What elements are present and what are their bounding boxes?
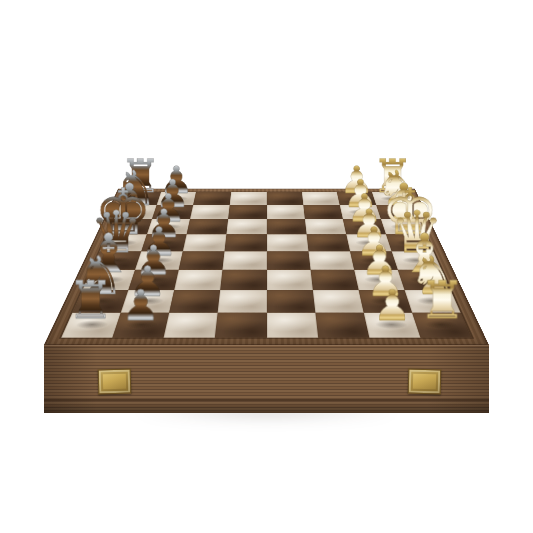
latch-right — [408, 369, 442, 395]
black-pawn[interactable]: ♟ — [122, 285, 160, 327]
chess-set-photo: ♜♟♟♜♞♟♟♞♝♟♟♝♚♟♟♚♛♟♟♛♝♟♟♝♞♟♟♞♜♟♟♜ — [0, 0, 533, 533]
square-c6[interactable] — [174, 270, 222, 290]
square-h6[interactable] — [193, 192, 231, 205]
square-a2[interactable]: ♟ — [364, 313, 421, 338]
square-b4[interactable] — [267, 290, 316, 313]
square-c3[interactable] — [310, 270, 358, 290]
square-a5[interactable] — [215, 313, 266, 338]
square-c5[interactable] — [220, 270, 266, 290]
square-e6[interactable] — [183, 234, 227, 251]
square-a4[interactable] — [267, 313, 318, 338]
chess-scene: ♜♟♟♜♞♟♟♞♝♟♟♝♚♟♟♚♛♟♟♛♝♟♟♝♞♟♟♞♜♟♟♜ — [0, 0, 533, 533]
latch-left — [98, 369, 132, 395]
square-e3[interactable] — [306, 234, 350, 251]
square-e4[interactable] — [267, 234, 309, 251]
square-b6[interactable] — [169, 290, 220, 313]
chess-box: ♜♟♟♜♞♟♟♞♝♟♟♝♚♟♟♚♛♟♟♛♝♟♟♝♞♟♟♞♜♟♟♜ — [44, 189, 489, 345]
square-a6[interactable] — [164, 313, 218, 338]
chess-board: ♜♟♟♜♞♟♟♞♝♟♟♝♚♟♟♚♛♟♟♛♝♟♟♝♞♟♟♞♜♟♟♜ — [61, 192, 472, 338]
square-f4[interactable] — [267, 219, 307, 234]
square-c4[interactable] — [267, 270, 313, 290]
square-h4[interactable] — [267, 192, 304, 205]
square-g6[interactable] — [190, 205, 230, 219]
square-h5[interactable] — [230, 192, 267, 205]
square-e5[interactable] — [225, 234, 267, 251]
square-a3[interactable] — [315, 313, 369, 338]
box-front-face — [44, 345, 489, 413]
black-rook[interactable]: ♜ — [67, 275, 114, 327]
square-f6[interactable] — [187, 219, 229, 234]
square-g5[interactable] — [228, 205, 266, 219]
square-f5[interactable] — [227, 219, 267, 234]
square-a8[interactable]: ♜ — [61, 313, 121, 338]
square-f3[interactable] — [305, 219, 347, 234]
square-b3[interactable] — [313, 290, 364, 313]
square-d5[interactable] — [223, 251, 267, 269]
square-a7[interactable]: ♟ — [113, 313, 170, 338]
white-pawn[interactable]: ♟ — [373, 285, 411, 327]
square-g4[interactable] — [267, 205, 305, 219]
white-rook[interactable]: ♜ — [419, 275, 466, 327]
square-b5[interactable] — [218, 290, 267, 313]
square-d3[interactable] — [308, 251, 354, 269]
square-d4[interactable] — [267, 251, 311, 269]
square-h3[interactable] — [302, 192, 340, 205]
square-a1[interactable]: ♜ — [412, 313, 472, 338]
square-d6[interactable] — [179, 251, 225, 269]
square-g3[interactable] — [303, 205, 343, 219]
